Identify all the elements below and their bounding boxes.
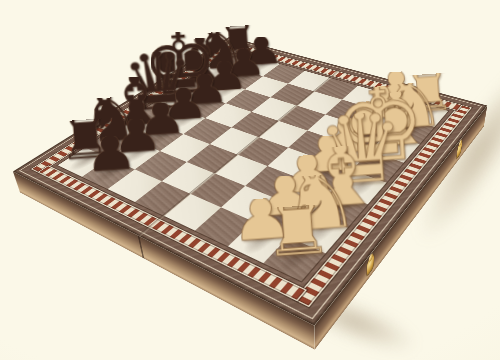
- board-scene: ♜♞♝♛♚♝♞♜♟♟♟♟♟♟♟♟♟♟♟♟♟♟♟♟♜♞♝♛♚♝♞♜: [0, 0, 500, 360]
- product-photo-background: ♜♞♝♛♚♝♞♜♟♟♟♟♟♟♟♟♟♟♟♟♟♟♟♟♜♞♝♛♚♝♞♜: [0, 0, 500, 360]
- fold-seam-side: [138, 235, 145, 259]
- piece-shadow: [261, 195, 310, 233]
- brass-clasp: [456, 141, 462, 159]
- chess-board: ♜♞♝♛♚♝♞♜♟♟♟♟♟♟♟♟♟♟♟♟♟♟♟♟♜♞♝♛♚♝♞♜: [13, 37, 487, 326]
- brass-clasp: [367, 254, 374, 276]
